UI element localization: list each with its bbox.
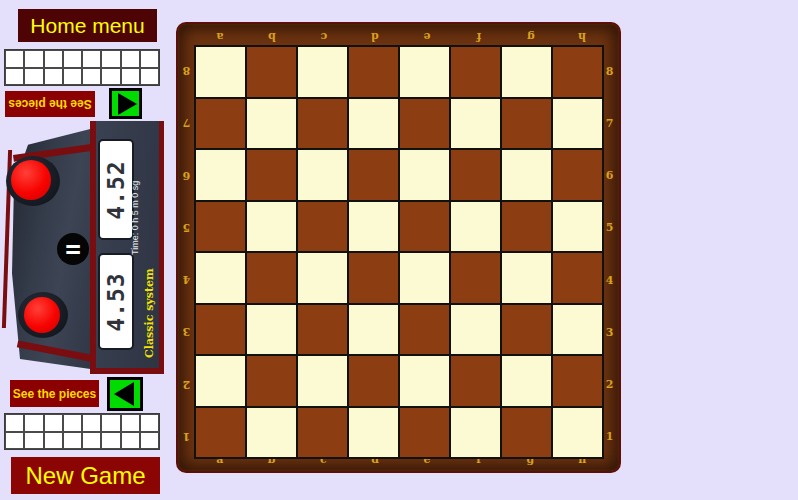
rank-label-right-4: 4 <box>603 254 616 306</box>
square-b4[interactable] <box>247 253 296 303</box>
square-d3[interactable] <box>349 305 398 355</box>
square-g1[interactable] <box>502 408 551 458</box>
square-h1[interactable] <box>553 408 602 458</box>
tray-cell <box>5 414 24 432</box>
file-label-top-a: a <box>194 27 246 43</box>
square-d6[interactable] <box>349 150 398 200</box>
tray-cell <box>24 432 43 450</box>
square-h7[interactable] <box>553 99 602 149</box>
square-a8[interactable] <box>196 47 245 97</box>
see-pieces-bottom-arrow-button[interactable] <box>107 377 143 411</box>
see-pieces-top-button[interactable]: See the pieces <box>5 91 95 117</box>
square-g4[interactable] <box>502 253 551 303</box>
new-game-button[interactable]: New Game <box>11 457 160 494</box>
square-h5[interactable] <box>553 202 602 252</box>
square-d2[interactable] <box>349 356 398 406</box>
tray-cell <box>24 414 43 432</box>
tray-cell <box>82 50 101 68</box>
tray-cell <box>44 50 63 68</box>
file-labels-top: abcdefgh <box>194 27 608 43</box>
square-e4[interactable] <box>400 253 449 303</box>
square-c3[interactable] <box>298 305 347 355</box>
square-c1[interactable] <box>298 408 347 458</box>
square-h6[interactable] <box>553 150 602 200</box>
clock-display-bottom: 4.53 <box>98 253 134 350</box>
chess-board: abcdefgh abcdefgh 87654321 87654321 <box>176 22 621 473</box>
rank-label-left-4: 4 <box>180 254 193 306</box>
square-b1[interactable] <box>247 408 296 458</box>
square-e6[interactable] <box>400 150 449 200</box>
captured-pieces-tray-top <box>4 49 160 86</box>
file-label-top-b: b <box>246 27 298 43</box>
rank-labels-right: 87654321 <box>603 45 616 463</box>
tray-cell <box>5 50 24 68</box>
tray-cell <box>82 414 101 432</box>
clock-system-label: Classic system <box>143 268 156 358</box>
rank-label-right-6: 6 <box>603 150 616 202</box>
square-f2[interactable] <box>451 356 500 406</box>
rank-label-left-6: 6 <box>180 150 193 202</box>
square-a6[interactable] <box>196 150 245 200</box>
square-g2[interactable] <box>502 356 551 406</box>
square-b6[interactable] <box>247 150 296 200</box>
rank-label-left-1: 1 <box>180 411 193 463</box>
file-label-top-h: h <box>556 27 608 43</box>
home-menu-button[interactable]: Home menu <box>18 9 157 42</box>
tray-cell <box>101 432 120 450</box>
square-b5[interactable] <box>247 202 296 252</box>
square-h2[interactable] <box>553 356 602 406</box>
app-window: Home menu See the pieces = 4.52 4.53 Tim… <box>0 0 798 500</box>
square-h4[interactable] <box>553 253 602 303</box>
clock-time-bottom: 4.53 <box>103 272 129 331</box>
square-a5[interactable] <box>196 202 245 252</box>
square-c4[interactable] <box>298 253 347 303</box>
tray-cell <box>101 414 120 432</box>
rank-label-left-7: 7 <box>180 97 193 149</box>
square-a1[interactable] <box>196 408 245 458</box>
square-b8[interactable] <box>247 47 296 97</box>
square-a2[interactable] <box>196 356 245 406</box>
square-b3[interactable] <box>247 305 296 355</box>
rank-labels-left: 87654321 <box>180 45 193 463</box>
square-e1[interactable] <box>400 408 449 458</box>
tray-cell <box>63 432 82 450</box>
tray-cell <box>5 432 24 450</box>
square-a3[interactable] <box>196 305 245 355</box>
tray-cell <box>24 50 43 68</box>
tray-cell <box>121 68 140 86</box>
rank-label-right-3: 3 <box>603 306 616 358</box>
tray-cell <box>140 432 159 450</box>
square-b2[interactable] <box>247 356 296 406</box>
square-f4[interactable] <box>451 253 500 303</box>
square-c7[interactable] <box>298 99 347 149</box>
square-h3[interactable] <box>553 305 602 355</box>
rank-label-right-1: 1 <box>603 411 616 463</box>
square-f5[interactable] <box>451 202 500 252</box>
see-pieces-bottom-button[interactable]: See the pieces <box>10 380 99 407</box>
square-g6[interactable] <box>502 150 551 200</box>
square-g8[interactable] <box>502 47 551 97</box>
tray-cell <box>140 50 159 68</box>
tray-cell <box>63 68 82 86</box>
rank-label-right-8: 8 <box>603 45 616 97</box>
clock-red-button-bottom[interactable] <box>24 297 60 333</box>
file-label-top-d: d <box>349 27 401 43</box>
play-right-icon <box>118 93 137 115</box>
tray-cell <box>101 68 120 86</box>
square-e5[interactable] <box>400 202 449 252</box>
tray-cell <box>121 50 140 68</box>
tray-cell <box>121 432 140 450</box>
tray-cell <box>44 432 63 450</box>
tray-cell <box>44 414 63 432</box>
tray-cell <box>44 68 63 86</box>
square-g5[interactable] <box>502 202 551 252</box>
tray-cell <box>101 50 120 68</box>
square-c8[interactable] <box>298 47 347 97</box>
square-f6[interactable] <box>451 150 500 200</box>
tray-cell <box>140 414 159 432</box>
square-h8[interactable] <box>553 47 602 97</box>
rank-label-right-5: 5 <box>603 202 616 254</box>
tray-cell <box>140 68 159 86</box>
square-d4[interactable] <box>349 253 398 303</box>
square-c6[interactable] <box>298 150 347 200</box>
file-label-top-g: g <box>505 27 557 43</box>
tray-cell <box>63 50 82 68</box>
file-label-top-c: c <box>298 27 350 43</box>
square-g7[interactable] <box>502 99 551 149</box>
tray-cell <box>121 414 140 432</box>
tray-cell <box>63 414 82 432</box>
square-e8[interactable] <box>400 47 449 97</box>
tray-cell <box>24 68 43 86</box>
tray-cell <box>82 68 101 86</box>
rank-label-left-5: 5 <box>180 202 193 254</box>
file-label-top-f: f <box>453 27 505 43</box>
square-c2[interactable] <box>298 356 347 406</box>
square-e7[interactable] <box>400 99 449 149</box>
square-a4[interactable] <box>196 253 245 303</box>
square-e3[interactable] <box>400 305 449 355</box>
rank-label-right-7: 7 <box>603 97 616 149</box>
rank-label-right-2: 2 <box>603 359 616 411</box>
square-b7[interactable] <box>247 99 296 149</box>
file-label-top-e: e <box>401 27 453 43</box>
captured-pieces-tray-bottom <box>4 413 160 450</box>
square-d5[interactable] <box>349 202 398 252</box>
square-d1[interactable] <box>349 408 398 458</box>
clock-time-top: 4.52 <box>103 160 129 219</box>
clock-time-settings-label: Time: 0 h 5 m 0 sg <box>130 181 140 255</box>
tray-cell <box>82 432 101 450</box>
square-e2[interactable] <box>400 356 449 406</box>
clock-red-button-top[interactable] <box>11 160 51 200</box>
square-g3[interactable] <box>502 305 551 355</box>
see-pieces-top-arrow-button[interactable] <box>109 88 142 119</box>
square-f7[interactable] <box>451 99 500 149</box>
square-f1[interactable] <box>451 408 500 458</box>
square-c5[interactable] <box>298 202 347 252</box>
square-a7[interactable] <box>196 99 245 149</box>
square-d8[interactable] <box>349 47 398 97</box>
chess-clock: = 4.52 4.53 Time: 0 h 5 m 0 sg Classic s… <box>2 118 166 374</box>
rank-label-left-8: 8 <box>180 45 193 97</box>
play-left-icon <box>114 382 134 406</box>
square-f8[interactable] <box>451 47 500 97</box>
rank-label-left-2: 2 <box>180 359 193 411</box>
rank-label-left-3: 3 <box>180 306 193 358</box>
board-squares <box>194 45 604 459</box>
clock-pause-icon: = <box>57 233 89 265</box>
square-f3[interactable] <box>451 305 500 355</box>
tray-cell <box>5 68 24 86</box>
square-d7[interactable] <box>349 99 398 149</box>
clock-display-top: 4.52 <box>98 139 134 240</box>
